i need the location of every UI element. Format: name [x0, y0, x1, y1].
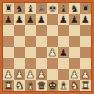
square-e5[interactable]: [47, 36, 58, 47]
square-b5[interactable]: [14, 36, 25, 47]
square-f4[interactable]: ♟: [58, 47, 69, 58]
square-g7[interactable]: ♟: [69, 14, 80, 25]
black-rook-icon[interactable]: ♜: [4, 3, 13, 14]
square-b4[interactable]: [14, 47, 25, 58]
square-e3[interactable]: [47, 58, 58, 69]
square-d4[interactable]: [36, 47, 47, 58]
square-h6[interactable]: [80, 25, 91, 36]
square-d7[interactable]: ♟: [36, 14, 47, 25]
square-h2[interactable]: ♟: [80, 69, 91, 80]
square-g8[interactable]: ♞: [69, 3, 80, 14]
black-knight-icon[interactable]: ♞: [70, 3, 79, 14]
black-rook-icon[interactable]: ♜: [81, 3, 90, 14]
square-c2[interactable]: ♟: [25, 69, 36, 80]
square-a1[interactable]: ♜: [3, 80, 14, 91]
square-g5[interactable]: [69, 36, 80, 47]
white-pawn-icon[interactable]: ♟: [81, 69, 90, 80]
square-f5[interactable]: [58, 36, 69, 47]
square-d3[interactable]: [36, 58, 47, 69]
white-pawn-icon[interactable]: ♟: [15, 69, 24, 80]
white-pawn-icon[interactable]: ♟: [26, 69, 35, 80]
square-a5[interactable]: [3, 36, 14, 47]
square-a6[interactable]: [3, 25, 14, 36]
square-h5[interactable]: [80, 36, 91, 47]
black-pawn-icon[interactable]: ♟: [15, 14, 24, 25]
square-c5[interactable]: [25, 36, 36, 47]
square-g1[interactable]: ♞: [69, 80, 80, 91]
black-bishop-icon[interactable]: ♝: [59, 3, 68, 14]
square-b3[interactable]: [14, 58, 25, 69]
black-pawn-icon[interactable]: ♟: [70, 14, 79, 25]
square-g4[interactable]: [69, 47, 80, 58]
white-rook-icon[interactable]: ♜: [4, 80, 13, 91]
black-pawn-icon[interactable]: ♟: [26, 14, 35, 25]
square-c8[interactable]: ♝: [25, 3, 36, 14]
square-a4[interactable]: [3, 47, 14, 58]
chess-board-frame: ♜♞♝♛♚♝♞♜♟♟♟♟♟♟♟♟♟♟♟♟♟♟♟♜♞♝♛♚♝♞♜: [0, 0, 94, 94]
square-b6[interactable]: [14, 25, 25, 36]
chess-board: ♜♞♝♛♚♝♞♜♟♟♟♟♟♟♟♟♟♟♟♟♟♟♟♜♞♝♛♚♝♞♜: [3, 3, 91, 91]
square-e7[interactable]: [47, 14, 58, 25]
white-pawn-icon[interactable]: ♟: [48, 47, 57, 58]
white-pawn-icon[interactable]: ♟: [4, 69, 13, 80]
square-e6[interactable]: [47, 25, 58, 36]
black-queen-icon[interactable]: ♛: [37, 3, 46, 14]
white-bishop-icon[interactable]: ♝: [59, 80, 68, 91]
square-c6[interactable]: [25, 25, 36, 36]
square-f1[interactable]: ♝: [58, 80, 69, 91]
square-g3[interactable]: [69, 58, 80, 69]
square-h8[interactable]: ♜: [80, 3, 91, 14]
square-e1[interactable]: ♚: [47, 80, 58, 91]
white-pawn-icon[interactable]: ♟: [37, 69, 46, 80]
square-g6[interactable]: [69, 25, 80, 36]
black-knight-icon[interactable]: ♞: [15, 3, 24, 14]
square-f8[interactable]: ♝: [58, 3, 69, 14]
square-c3[interactable]: [25, 58, 36, 69]
square-d8[interactable]: ♛: [36, 3, 47, 14]
white-king-icon[interactable]: ♚: [48, 80, 57, 91]
square-d1[interactable]: ♛: [36, 80, 47, 91]
white-queen-icon[interactable]: ♛: [37, 80, 46, 91]
black-pawn-icon[interactable]: ♟: [4, 14, 13, 25]
square-a7[interactable]: ♟: [3, 14, 14, 25]
square-a2[interactable]: ♟: [3, 69, 14, 80]
black-pawn-icon[interactable]: ♟: [59, 14, 68, 25]
black-king-icon[interactable]: ♚: [48, 3, 57, 14]
square-d5[interactable]: [36, 36, 47, 47]
square-b1[interactable]: ♞: [14, 80, 25, 91]
square-f7[interactable]: ♟: [58, 14, 69, 25]
black-bishop-icon[interactable]: ♝: [26, 3, 35, 14]
square-h1[interactable]: ♜: [80, 80, 91, 91]
square-a8[interactable]: ♜: [3, 3, 14, 14]
square-d6[interactable]: [36, 25, 47, 36]
black-pawn-icon[interactable]: ♟: [81, 14, 90, 25]
square-g2[interactable]: ♟: [69, 69, 80, 80]
square-d2[interactable]: ♟: [36, 69, 47, 80]
square-e4[interactable]: ♟: [47, 47, 58, 58]
square-h7[interactable]: ♟: [80, 14, 91, 25]
square-a3[interactable]: [3, 58, 14, 69]
white-bishop-icon[interactable]: ♝: [26, 80, 35, 91]
white-knight-icon[interactable]: ♞: [70, 80, 79, 91]
white-pawn-icon[interactable]: ♟: [70, 69, 79, 80]
square-h3[interactable]: [80, 58, 91, 69]
square-b8[interactable]: ♞: [14, 3, 25, 14]
square-c4[interactable]: [25, 47, 36, 58]
square-f3[interactable]: [58, 58, 69, 69]
square-e2[interactable]: [47, 69, 58, 80]
square-b2[interactable]: ♟: [14, 69, 25, 80]
white-knight-icon[interactable]: ♞: [15, 80, 24, 91]
black-pawn-icon[interactable]: ♟: [59, 47, 68, 58]
square-c7[interactable]: ♟: [25, 14, 36, 25]
square-h4[interactable]: [80, 47, 91, 58]
black-pawn-icon[interactable]: ♟: [37, 14, 46, 25]
square-e8[interactable]: ♚: [47, 3, 58, 14]
square-f6[interactable]: [58, 25, 69, 36]
square-c1[interactable]: ♝: [25, 80, 36, 91]
square-b7[interactable]: ♟: [14, 14, 25, 25]
white-rook-icon[interactable]: ♜: [81, 80, 90, 91]
square-f2[interactable]: [58, 69, 69, 80]
